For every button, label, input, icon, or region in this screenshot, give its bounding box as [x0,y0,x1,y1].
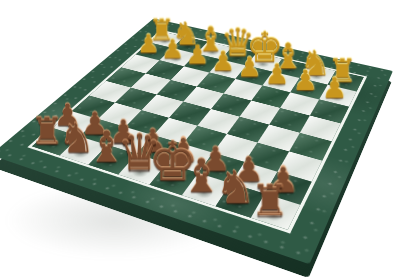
piece-brass-pawn: ♟ [290,67,320,95]
piece-brass-pawn: ♟ [159,37,187,63]
piece-brass-pawn: ♟ [209,48,238,75]
piece-brass-pawn: ♟ [262,60,292,88]
piece-copper-king: ♚ [148,134,185,188]
piece-brass-pawn: ♟ [235,54,264,81]
perspective-scene: ♜♞♝♛♚♝♞♜♟♟♟♟♟♟♟♟♟♟♟♟♟♟♟♟♜♞♝♛♚♝♞♜ [0,0,416,277]
board-grid: ♜♞♝♛♚♝♞♜♟♟♟♟♟♟♟♟♟♟♟♟♟♟♟♟♜♞♝♛♚♝♞♜ [32,31,364,229]
piece-copper-knight: ♞ [215,165,253,211]
piece-brass-pawn: ♟ [183,42,211,68]
piece-copper-bishop: ♝ [181,153,218,199]
chess-board: ♜♞♝♛♚♝♞♜♟♟♟♟♟♟♟♟♟♟♟♟♟♟♟♟♜♞♝♛♚♝♞♜ [0,18,393,264]
piece-copper-rook: ♜ [250,179,289,222]
board-frame-line: ♜♞♝♛♚♝♞♜♟♟♟♟♟♟♟♟♟♟♟♟♟♟♟♟♜♞♝♛♚♝♞♜ [27,30,367,234]
chess-set-photo: ♜♞♝♛♚♝♞♜♟♟♟♟♟♟♟♟♟♟♟♟♟♟♟♟♜♞♝♛♚♝♞♜ [0,0,416,277]
piece-brass-pawn: ♟ [319,74,350,103]
